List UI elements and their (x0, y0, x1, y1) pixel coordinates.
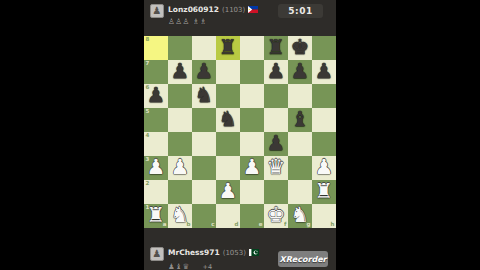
top-player-name: Lonz060912 (168, 5, 219, 14)
piece-black-pawn[interactable]: ♟ (315, 61, 334, 82)
square-g3[interactable] (288, 156, 312, 180)
piece-black-knight[interactable]: ♞ (195, 85, 214, 106)
piece-black-rook[interactable]: ♜ (219, 37, 238, 58)
bottom-captured-pieces: ♟♝♛ (168, 262, 190, 270)
square-e7[interactable] (240, 60, 264, 84)
square-e3[interactable]: ♟ (240, 156, 264, 180)
pawn-avatar-icon: ♟ (153, 6, 162, 16)
square-a2[interactable]: 2 (144, 180, 168, 204)
square-a1[interactable]: 1a♜ (144, 204, 168, 228)
piece-black-pawn[interactable]: ♟ (291, 61, 310, 82)
square-h5[interactable] (312, 108, 336, 132)
top-captured-pieces: ♙♙♙ ♗♗ (168, 17, 207, 26)
file-label-d: d (235, 222, 239, 228)
square-h7[interactable]: ♟ (312, 60, 336, 84)
square-h8[interactable] (312, 36, 336, 60)
square-b3[interactable]: ♟ (168, 156, 192, 180)
square-d7[interactable] (216, 60, 240, 84)
piece-white-pawn[interactable]: ♟ (219, 181, 238, 202)
philippines-flag-icon (248, 6, 258, 13)
piece-black-bishop[interactable]: ♝ (291, 109, 310, 130)
square-d2[interactable]: ♟ (216, 180, 240, 204)
piece-white-rook[interactable]: ♜ (147, 205, 166, 226)
piece-black-king[interactable]: ♚ (291, 37, 310, 58)
square-d4[interactable] (216, 132, 240, 156)
rank-label-7: 7 (146, 61, 150, 67)
square-e4[interactable] (240, 132, 264, 156)
rank-label-5: 5 (146, 109, 150, 115)
square-b5[interactable] (168, 108, 192, 132)
top-player-rating: (1103) (222, 6, 245, 14)
pakistan-flag-icon (249, 249, 259, 256)
square-g1[interactable]: g♞ (288, 204, 312, 228)
piece-black-pawn[interactable]: ♟ (267, 133, 286, 154)
rank-label-8: 8 (146, 37, 150, 43)
bottom-player-rating: (1053) (223, 249, 246, 257)
square-c2[interactable] (192, 180, 216, 204)
top-player-avatar[interactable]: ♟ (150, 4, 164, 18)
square-a4[interactable]: 4 (144, 132, 168, 156)
square-b8[interactable] (168, 36, 192, 60)
square-e8[interactable] (240, 36, 264, 60)
square-c5[interactable] (192, 108, 216, 132)
file-label-h: h (331, 222, 335, 228)
square-a7[interactable]: 7 (144, 60, 168, 84)
piece-white-pawn[interactable]: ♟ (147, 157, 166, 178)
square-g4[interactable] (288, 132, 312, 156)
piece-black-pawn[interactable]: ♟ (267, 61, 286, 82)
square-h3[interactable]: ♟ (312, 156, 336, 180)
square-g5[interactable]: ♝ (288, 108, 312, 132)
chess-board: 8♜♜♚7♟♟♟♟♟6♟♞5♞♝4♟3♟♟♟♛♟2♟♜1a♜b♞cdef♚g♞h (144, 36, 336, 228)
bottom-captured-line: ♟♝♛ +4 (168, 262, 212, 270)
square-c3[interactable] (192, 156, 216, 180)
square-g6[interactable] (288, 84, 312, 108)
square-f4[interactable]: ♟ (264, 132, 288, 156)
square-d1[interactable]: d (216, 204, 240, 228)
square-f5[interactable] (264, 108, 288, 132)
file-label-c: c (211, 222, 214, 228)
square-g7[interactable]: ♟ (288, 60, 312, 84)
square-e1[interactable]: e (240, 204, 264, 228)
piece-white-king[interactable]: ♚ (267, 205, 286, 226)
piece-white-pawn[interactable]: ♟ (243, 157, 262, 178)
square-d6[interactable] (216, 84, 240, 108)
square-a6[interactable]: 6♟ (144, 84, 168, 108)
square-e2[interactable] (240, 180, 264, 204)
square-b2[interactable] (168, 180, 192, 204)
square-h6[interactable] (312, 84, 336, 108)
square-f7[interactable]: ♟ (264, 60, 288, 84)
piece-black-pawn[interactable]: ♟ (171, 61, 190, 82)
bottom-player-nameline: MrChess971 (1053) (168, 248, 259, 257)
piece-white-knight[interactable]: ♞ (291, 205, 310, 226)
bottom-player-name: MrChess971 (168, 248, 220, 257)
screen-recorder-watermark: XRecorder (278, 251, 328, 267)
square-a8[interactable]: 8 (144, 36, 168, 60)
piece-white-queen[interactable]: ♛ (267, 157, 286, 178)
pawn-avatar-icon: ♟ (153, 249, 162, 259)
square-e5[interactable] (240, 108, 264, 132)
material-score: +4 (203, 263, 213, 270)
piece-white-pawn[interactable]: ♟ (315, 157, 334, 178)
piece-white-knight[interactable]: ♞ (171, 205, 190, 226)
square-h2[interactable]: ♜ (312, 180, 336, 204)
square-b1[interactable]: b♞ (168, 204, 192, 228)
square-f3[interactable]: ♛ (264, 156, 288, 180)
piece-white-pawn[interactable]: ♟ (171, 157, 190, 178)
rank-label-2: 2 (146, 181, 150, 187)
square-f1[interactable]: f♚ (264, 204, 288, 228)
square-d3[interactable] (216, 156, 240, 180)
square-a3[interactable]: 3♟ (144, 156, 168, 180)
square-e6[interactable] (240, 84, 264, 108)
chess-app-window: ♟ Lonz060912 (1103) ♙♙♙ ♗♗ 5:01 8♜♜♚7♟♟♟… (144, 0, 336, 270)
file-label-e: e (259, 222, 263, 228)
top-player-clock: 5:01 (278, 4, 323, 18)
top-player-nameline: Lonz060912 (1103) (168, 5, 258, 14)
square-c6[interactable]: ♞ (192, 84, 216, 108)
bottom-player-avatar[interactable]: ♟ (150, 247, 164, 261)
square-a5[interactable]: 5 (144, 108, 168, 132)
square-g2[interactable] (288, 180, 312, 204)
square-c7[interactable]: ♟ (192, 60, 216, 84)
square-c8[interactable] (192, 36, 216, 60)
square-b6[interactable] (168, 84, 192, 108)
square-d5[interactable]: ♞ (216, 108, 240, 132)
square-b7[interactable]: ♟ (168, 60, 192, 84)
piece-black-knight[interactable]: ♞ (219, 109, 238, 130)
square-g8[interactable]: ♚ (288, 36, 312, 60)
piece-black-pawn[interactable]: ♟ (147, 85, 166, 106)
screen: ♟ Lonz060912 (1103) ♙♙♙ ♗♗ 5:01 8♜♜♚7♟♟♟… (0, 0, 480, 270)
rank-label-4: 4 (146, 133, 150, 139)
piece-white-rook[interactable]: ♜ (315, 181, 334, 202)
square-c1[interactable]: c (192, 204, 216, 228)
square-f8[interactable]: ♜ (264, 36, 288, 60)
square-f2[interactable] (264, 180, 288, 204)
square-h4[interactable] (312, 132, 336, 156)
square-c4[interactable] (192, 132, 216, 156)
piece-black-pawn[interactable]: ♟ (195, 61, 214, 82)
piece-black-rook[interactable]: ♜ (267, 37, 286, 58)
square-d8[interactable]: ♜ (216, 36, 240, 60)
square-h1[interactable]: h (312, 204, 336, 228)
square-f6[interactable] (264, 84, 288, 108)
square-b4[interactable] (168, 132, 192, 156)
